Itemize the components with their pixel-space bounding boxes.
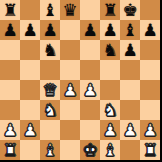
piece-black-queen[interactable]: ♛ — [62, 0, 77, 20]
square-e1[interactable]: ♚ — [80, 140, 100, 160]
square-a2[interactable]: ♟ — [0, 120, 20, 140]
square-b3[interactable] — [20, 100, 40, 120]
square-b6[interactable] — [20, 40, 40, 60]
square-d6[interactable] — [60, 40, 80, 60]
square-a1[interactable]: ♜ — [0, 140, 20, 160]
square-d1[interactable] — [60, 140, 80, 160]
piece-black-rook[interactable]: ♜ — [102, 0, 117, 20]
piece-white-knight[interactable]: ♞ — [102, 100, 117, 120]
square-a4[interactable] — [0, 80, 20, 100]
square-f4[interactable] — [100, 80, 120, 100]
piece-white-queen[interactable]: ♛ — [42, 80, 57, 100]
piece-white-bishop[interactable]: ♝ — [42, 140, 57, 160]
piece-black-knight[interactable]: ♞ — [42, 40, 57, 60]
square-g4[interactable] — [120, 80, 140, 100]
square-e6[interactable] — [80, 40, 100, 60]
square-h1[interactable]: ♜ — [140, 140, 160, 160]
square-d7[interactable] — [60, 20, 80, 40]
square-h5[interactable] — [140, 60, 160, 80]
square-a5[interactable] — [0, 60, 20, 80]
square-e4[interactable]: ♟ — [80, 80, 100, 100]
square-f5[interactable] — [100, 60, 120, 80]
piece-black-pawn[interactable]: ♟ — [82, 20, 97, 40]
square-g2[interactable]: ♟ — [120, 120, 140, 140]
square-c5[interactable] — [40, 60, 60, 80]
piece-black-bishop[interactable]: ♝ — [122, 20, 137, 40]
piece-white-pawn[interactable]: ♟ — [62, 80, 77, 100]
square-a7[interactable]: ♟ — [0, 20, 20, 40]
square-h6[interactable] — [140, 40, 160, 60]
square-d5[interactable] — [60, 60, 80, 80]
piece-black-pawn[interactable]: ♟ — [22, 20, 37, 40]
square-a3[interactable] — [0, 100, 20, 120]
piece-black-pawn[interactable]: ♟ — [42, 20, 57, 40]
square-c2[interactable] — [40, 120, 60, 140]
square-h3[interactable] — [140, 100, 160, 120]
square-c1[interactable]: ♝ — [40, 140, 60, 160]
square-a6[interactable] — [0, 40, 20, 60]
square-g7[interactable]: ♝ — [120, 20, 140, 40]
piece-white-pawn[interactable]: ♟ — [142, 120, 157, 140]
board-grid: ♜♝♛♜♚♟♟♟♟♟♝♟♞♞♟♛♟♟♞♞♟♟♟♟♟♜♝♚♝♜ — [0, 0, 160, 160]
piece-white-rook[interactable]: ♜ — [142, 140, 157, 160]
square-e8[interactable] — [80, 0, 100, 20]
square-h8[interactable] — [140, 0, 160, 20]
piece-white-rook[interactable]: ♜ — [2, 140, 17, 160]
piece-white-pawn[interactable]: ♟ — [82, 80, 97, 100]
piece-white-pawn[interactable]: ♟ — [102, 120, 117, 140]
square-c3[interactable]: ♞ — [40, 100, 60, 120]
square-e3[interactable] — [80, 100, 100, 120]
chess-board: ♜♝♛♜♚♟♟♟♟♟♝♟♞♞♟♛♟♟♞♞♟♟♟♟♟♜♝♚♝♜ — [0, 0, 162, 162]
piece-white-king[interactable]: ♚ — [82, 140, 97, 160]
square-g1[interactable] — [120, 140, 140, 160]
square-e5[interactable] — [80, 60, 100, 80]
square-h7[interactable]: ♟ — [140, 20, 160, 40]
square-e7[interactable]: ♟ — [80, 20, 100, 40]
piece-white-knight[interactable]: ♞ — [42, 100, 57, 120]
square-b8[interactable] — [20, 0, 40, 20]
piece-black-pawn[interactable]: ♟ — [122, 40, 137, 60]
square-f8[interactable]: ♜ — [100, 0, 120, 20]
square-c4[interactable]: ♛ — [40, 80, 60, 100]
square-d8[interactable]: ♛ — [60, 0, 80, 20]
square-f6[interactable]: ♞ — [100, 40, 120, 60]
piece-black-knight[interactable]: ♞ — [102, 40, 117, 60]
square-b1[interactable] — [20, 140, 40, 160]
square-f1[interactable]: ♝ — [100, 140, 120, 160]
square-b4[interactable] — [20, 80, 40, 100]
square-a8[interactable]: ♜ — [0, 0, 20, 20]
square-b2[interactable]: ♟ — [20, 120, 40, 140]
piece-black-pawn[interactable]: ♟ — [2, 20, 17, 40]
piece-white-pawn[interactable]: ♟ — [122, 120, 137, 140]
square-c7[interactable]: ♟ — [40, 20, 60, 40]
square-b5[interactable] — [20, 60, 40, 80]
square-d3[interactable] — [60, 100, 80, 120]
square-c8[interactable]: ♝ — [40, 0, 60, 20]
square-g3[interactable] — [120, 100, 140, 120]
square-d4[interactable]: ♟ — [60, 80, 80, 100]
square-f3[interactable]: ♞ — [100, 100, 120, 120]
square-e2[interactable] — [80, 120, 100, 140]
piece-black-pawn[interactable]: ♟ — [142, 20, 157, 40]
square-c6[interactable]: ♞ — [40, 40, 60, 60]
piece-white-pawn[interactable]: ♟ — [22, 120, 37, 140]
square-b7[interactable]: ♟ — [20, 20, 40, 40]
square-f7[interactable]: ♟ — [100, 20, 120, 40]
square-g5[interactable] — [120, 60, 140, 80]
piece-black-rook[interactable]: ♜ — [2, 0, 17, 20]
square-h2[interactable]: ♟ — [140, 120, 160, 140]
square-h4[interactable] — [140, 80, 160, 100]
piece-black-pawn[interactable]: ♟ — [102, 20, 117, 40]
piece-white-bishop[interactable]: ♝ — [102, 140, 117, 160]
square-g6[interactable]: ♟ — [120, 40, 140, 60]
piece-white-pawn[interactable]: ♟ — [2, 120, 17, 140]
square-d2[interactable] — [60, 120, 80, 140]
piece-black-bishop[interactable]: ♝ — [42, 0, 57, 20]
piece-black-king[interactable]: ♚ — [122, 0, 137, 20]
square-f2[interactable]: ♟ — [100, 120, 120, 140]
square-g8[interactable]: ♚ — [120, 0, 140, 20]
